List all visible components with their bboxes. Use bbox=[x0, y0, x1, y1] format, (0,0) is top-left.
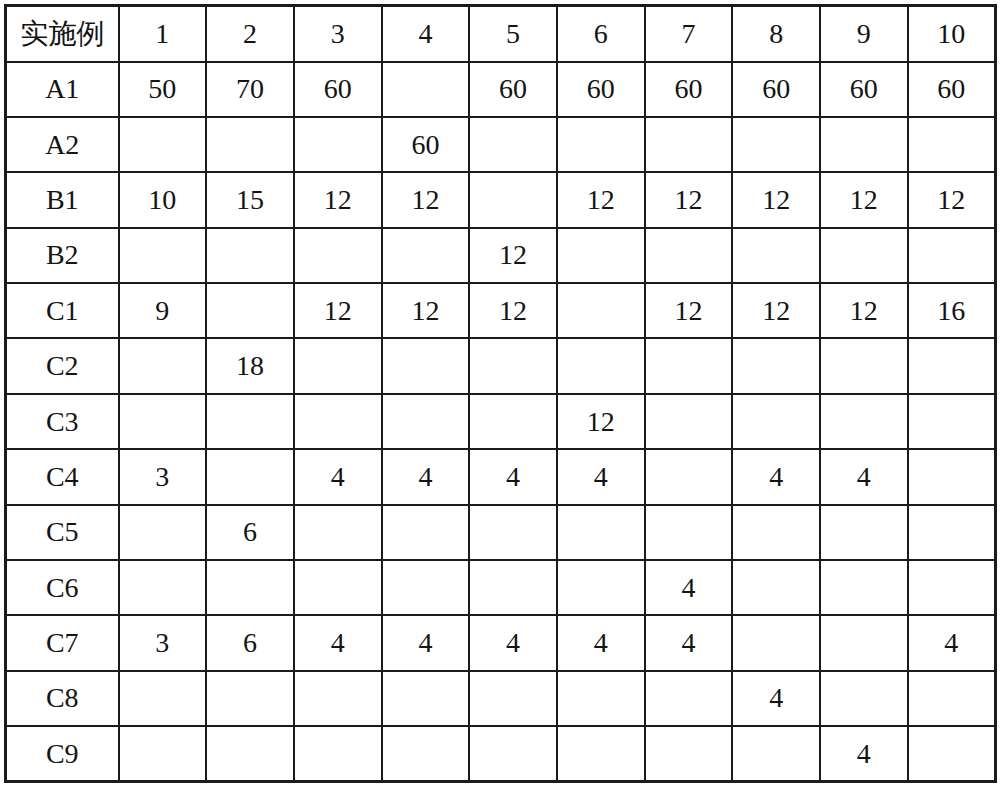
row-label-A1: A1 bbox=[6, 62, 119, 117]
table-cell-B2-col3 bbox=[294, 228, 382, 283]
table-cell-A2-col2 bbox=[206, 117, 294, 172]
table-cell-C1-col4: 12 bbox=[382, 283, 470, 338]
table-cell-B1-col2: 15 bbox=[206, 172, 294, 227]
table-cell-C1-col10: 16 bbox=[908, 283, 996, 338]
table-cell-B1-col5 bbox=[469, 172, 557, 227]
table-cell-C8-col1 bbox=[119, 671, 207, 726]
row-label-B1: B1 bbox=[6, 172, 119, 227]
table-cell-B2-col5: 12 bbox=[469, 228, 557, 283]
table-cell-C6-col1 bbox=[119, 560, 207, 615]
table-cell-B2-col2 bbox=[206, 228, 294, 283]
table-cell-A1-col10: 60 bbox=[908, 62, 996, 117]
table-cell-C3-col1 bbox=[119, 394, 207, 449]
table-cell-C1-col2 bbox=[206, 283, 294, 338]
table-cell-C1-col5: 12 bbox=[469, 283, 557, 338]
table-cell-A2-col3 bbox=[294, 117, 382, 172]
table-cell-C6-col4 bbox=[382, 560, 470, 615]
column-header-7: 7 bbox=[645, 6, 733, 62]
table-row-C2: C218 bbox=[6, 338, 996, 393]
table-cell-C6-col3 bbox=[294, 560, 382, 615]
table-cell-C5-col6 bbox=[557, 505, 645, 560]
table-cell-C3-col7 bbox=[645, 394, 733, 449]
table-cell-C2-col2: 18 bbox=[206, 338, 294, 393]
table-cell-A1-col7: 60 bbox=[645, 62, 733, 117]
column-header-1: 1 bbox=[119, 6, 207, 62]
table-header-row: 实施例12345678910 bbox=[6, 6, 996, 62]
table-row-C1: C1912121212121216 bbox=[6, 283, 996, 338]
table-cell-B1-col9: 12 bbox=[820, 172, 908, 227]
table-cell-C2-col1 bbox=[119, 338, 207, 393]
table-cell-C8-col5 bbox=[469, 671, 557, 726]
table-cell-C6-col5 bbox=[469, 560, 557, 615]
table-cell-C7-col10: 4 bbox=[908, 615, 996, 670]
table-cell-B2-col1 bbox=[119, 228, 207, 283]
table-cell-C1-col8: 12 bbox=[732, 283, 820, 338]
table-cell-C7-col3: 4 bbox=[294, 615, 382, 670]
table-cell-A2-col7 bbox=[645, 117, 733, 172]
table-cell-C6-col7: 4 bbox=[645, 560, 733, 615]
table-row-C6: C64 bbox=[6, 560, 996, 615]
table-row-B1: B1101512121212121212 bbox=[6, 172, 996, 227]
table-cell-C6-col10 bbox=[908, 560, 996, 615]
table-cell-C2-col7 bbox=[645, 338, 733, 393]
table-cell-A1-col3: 60 bbox=[294, 62, 382, 117]
table-cell-C3-col2 bbox=[206, 394, 294, 449]
row-label-C5: C5 bbox=[6, 505, 119, 560]
table-cell-C5-col9 bbox=[820, 505, 908, 560]
table-cell-C7-col9 bbox=[820, 615, 908, 670]
column-header-9: 9 bbox=[820, 6, 908, 62]
table-cell-C5-col7 bbox=[645, 505, 733, 560]
table-cell-C4-col5: 4 bbox=[469, 449, 557, 504]
column-header-4: 4 bbox=[382, 6, 470, 62]
table-cell-C2-col3 bbox=[294, 338, 382, 393]
table-cell-C3-col4 bbox=[382, 394, 470, 449]
table-cell-C8-col7 bbox=[645, 671, 733, 726]
table-cell-B2-col9 bbox=[820, 228, 908, 283]
table-cell-A2-col4: 60 bbox=[382, 117, 470, 172]
table-cell-B1-col7: 12 bbox=[645, 172, 733, 227]
table-cell-A2-col10 bbox=[908, 117, 996, 172]
table-cell-C8-col9 bbox=[820, 671, 908, 726]
table-cell-C6-col2 bbox=[206, 560, 294, 615]
table-cell-C8-col3 bbox=[294, 671, 382, 726]
table-row-A1: A1507060606060606060 bbox=[6, 62, 996, 117]
table-cell-C6-col8 bbox=[732, 560, 820, 615]
table-cell-C8-col10 bbox=[908, 671, 996, 726]
table-cell-C8-col2 bbox=[206, 671, 294, 726]
document-page: 实施例12345678910 A1507060606060606060A260B… bbox=[0, 0, 1000, 788]
table-cell-C9-col3 bbox=[294, 726, 382, 781]
column-header-6: 6 bbox=[557, 6, 645, 62]
row-label-C4: C4 bbox=[6, 449, 119, 504]
table-cell-C8-col4 bbox=[382, 671, 470, 726]
table-cell-B1-col6: 12 bbox=[557, 172, 645, 227]
row-label-A2: A2 bbox=[6, 117, 119, 172]
table-cell-C7-col1: 3 bbox=[119, 615, 207, 670]
table-cell-C8-col8: 4 bbox=[732, 671, 820, 726]
table-cell-C4-col1: 3 bbox=[119, 449, 207, 504]
table-row-A2: A260 bbox=[6, 117, 996, 172]
table-cell-C2-col10 bbox=[908, 338, 996, 393]
table-cell-B1-col10: 12 bbox=[908, 172, 996, 227]
table-cell-A2-col9 bbox=[820, 117, 908, 172]
table-cell-C1-col6 bbox=[557, 283, 645, 338]
column-header-5: 5 bbox=[469, 6, 557, 62]
table-row-C9: C94 bbox=[6, 726, 996, 781]
table-cell-C8-col6 bbox=[557, 671, 645, 726]
table-cell-C5-col5 bbox=[469, 505, 557, 560]
table-cell-C9-col6 bbox=[557, 726, 645, 781]
table-row-C7: C736444444 bbox=[6, 615, 996, 670]
table-cell-C5-col8 bbox=[732, 505, 820, 560]
table-row-C3: C312 bbox=[6, 394, 996, 449]
table-cell-A1-col4 bbox=[382, 62, 470, 117]
table-cell-C3-col3 bbox=[294, 394, 382, 449]
embodiment-table: 实施例12345678910 A1507060606060606060A260B… bbox=[4, 4, 997, 783]
table-cell-C4-col4: 4 bbox=[382, 449, 470, 504]
row-label-C2: C2 bbox=[6, 338, 119, 393]
row-label-C8: C8 bbox=[6, 671, 119, 726]
table-cell-C2-col5 bbox=[469, 338, 557, 393]
table-cell-A1-col5: 60 bbox=[469, 62, 557, 117]
table-cell-C4-col7 bbox=[645, 449, 733, 504]
table-cell-C2-col6 bbox=[557, 338, 645, 393]
table-cell-C1-col9: 12 bbox=[820, 283, 908, 338]
row-label-C9: C9 bbox=[6, 726, 119, 781]
table-cell-C1-col1: 9 bbox=[119, 283, 207, 338]
table-cell-C7-col6: 4 bbox=[557, 615, 645, 670]
table-cell-A2-col6 bbox=[557, 117, 645, 172]
table-cell-C7-col4: 4 bbox=[382, 615, 470, 670]
table-cell-C6-col9 bbox=[820, 560, 908, 615]
table-cell-C9-col2 bbox=[206, 726, 294, 781]
table-cell-B2-col10 bbox=[908, 228, 996, 283]
table-cell-B2-col7 bbox=[645, 228, 733, 283]
table-row-B2: B212 bbox=[6, 228, 996, 283]
table-cell-C1-col3: 12 bbox=[294, 283, 382, 338]
table-cell-C2-col8 bbox=[732, 338, 820, 393]
table-cell-C3-col10 bbox=[908, 394, 996, 449]
row-label-C1: C1 bbox=[6, 283, 119, 338]
table-cell-A2-col8 bbox=[732, 117, 820, 172]
table-cell-C3-col8 bbox=[732, 394, 820, 449]
table-cell-C5-col10 bbox=[908, 505, 996, 560]
table-cell-A1-col1: 50 bbox=[119, 62, 207, 117]
table-cell-C1-col7: 12 bbox=[645, 283, 733, 338]
table-cell-C3-col9 bbox=[820, 394, 908, 449]
table-cell-B1-col4: 12 bbox=[382, 172, 470, 227]
table-cell-C6-col6 bbox=[557, 560, 645, 615]
table-cell-C5-col2: 6 bbox=[206, 505, 294, 560]
row-label-C3: C3 bbox=[6, 394, 119, 449]
table-cell-C9-col8 bbox=[732, 726, 820, 781]
table-cell-A2-col5 bbox=[469, 117, 557, 172]
table-cell-C3-col6: 12 bbox=[557, 394, 645, 449]
table-cell-C5-col4 bbox=[382, 505, 470, 560]
table-cell-C9-col7 bbox=[645, 726, 733, 781]
table-row-C8: C84 bbox=[6, 671, 996, 726]
column-header-2: 2 bbox=[206, 6, 294, 62]
table-cell-C4-col6: 4 bbox=[557, 449, 645, 504]
table-cell-C4-col3: 4 bbox=[294, 449, 382, 504]
table-cell-C7-col5: 4 bbox=[469, 615, 557, 670]
table-cell-C9-col5 bbox=[469, 726, 557, 781]
table-cell-C4-col10 bbox=[908, 449, 996, 504]
table-cell-C7-col2: 6 bbox=[206, 615, 294, 670]
table-cell-C5-col1 bbox=[119, 505, 207, 560]
table-cell-C9-col1 bbox=[119, 726, 207, 781]
table-cell-C9-col4 bbox=[382, 726, 470, 781]
table-cell-A1-col8: 60 bbox=[732, 62, 820, 117]
table-cell-B1-col3: 12 bbox=[294, 172, 382, 227]
table-cell-B2-col6 bbox=[557, 228, 645, 283]
table-cell-C9-col9: 4 bbox=[820, 726, 908, 781]
table-cell-C2-col9 bbox=[820, 338, 908, 393]
table-cell-C7-col7: 4 bbox=[645, 615, 733, 670]
table-cell-B1-col1: 10 bbox=[119, 172, 207, 227]
table-cell-A1-col9: 60 bbox=[820, 62, 908, 117]
table-cell-A2-col1 bbox=[119, 117, 207, 172]
table-cell-C4-col8: 4 bbox=[732, 449, 820, 504]
table-cell-C9-col10 bbox=[908, 726, 996, 781]
table-cell-A1-col2: 70 bbox=[206, 62, 294, 117]
column-header-10: 10 bbox=[908, 6, 996, 62]
corner-header-embodiment: 实施例 bbox=[6, 6, 119, 62]
table-cell-A1-col6: 60 bbox=[557, 62, 645, 117]
table-cell-B2-col4 bbox=[382, 228, 470, 283]
table-cell-B2-col8 bbox=[732, 228, 820, 283]
row-label-B2: B2 bbox=[6, 228, 119, 283]
table-cell-B1-col8: 12 bbox=[732, 172, 820, 227]
row-label-C6: C6 bbox=[6, 560, 119, 615]
table-row-C5: C56 bbox=[6, 505, 996, 560]
table-cell-C4-col2 bbox=[206, 449, 294, 504]
table-cell-C5-col3 bbox=[294, 505, 382, 560]
table-cell-C3-col5 bbox=[469, 394, 557, 449]
table-cell-C7-col8 bbox=[732, 615, 820, 670]
table-row-C4: C43444444 bbox=[6, 449, 996, 504]
column-header-3: 3 bbox=[294, 6, 382, 62]
table-cell-C2-col4 bbox=[382, 338, 470, 393]
table-cell-C4-col9: 4 bbox=[820, 449, 908, 504]
column-header-8: 8 bbox=[732, 6, 820, 62]
row-label-C7: C7 bbox=[6, 615, 119, 670]
